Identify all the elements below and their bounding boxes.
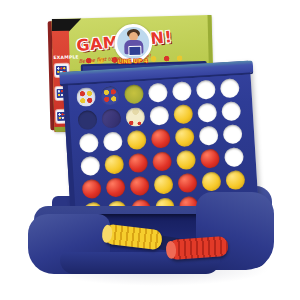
red-disc-stack [167, 236, 228, 260]
cell-r4c7-empty [223, 147, 243, 167]
cell-r5c6-yellow-disc [201, 172, 221, 192]
cell-r2c6-empty [197, 103, 217, 123]
cell-r3c6-empty [198, 126, 218, 146]
cell-r5c3-red-disc [129, 176, 149, 196]
cell-r1c2-empty [99, 86, 119, 106]
cell-r4c3-red-disc [128, 153, 148, 173]
cell-r2c4-empty [149, 106, 169, 126]
cell-r2c1-empty [77, 110, 97, 130]
cell-r1c3-empty [123, 84, 143, 104]
cell-r3c7-empty [222, 124, 242, 144]
cell-r1c7-empty [219, 78, 239, 98]
cell-r1c6-empty [195, 80, 215, 100]
cell-r2c3-empty [125, 107, 145, 127]
product-photo: EXAMPLE GAME ON! Be the first to get 4 i… [0, 0, 300, 300]
cell-r4c1-empty [80, 156, 100, 176]
cell-r5c4-yellow-disc [153, 174, 173, 194]
cell-r5c7-yellow-disc [225, 170, 245, 190]
cell-r1c1-empty [76, 87, 96, 107]
cell-r2c2-empty [101, 109, 121, 129]
cell-r2c5-yellow-disc [173, 104, 193, 124]
lineup-badge: LINE UP 4 [111, 57, 155, 64]
cell-r3c5-yellow-disc [174, 127, 194, 147]
cell-r4c4-red-disc [152, 152, 172, 172]
cell-r4c2-yellow-disc [104, 154, 124, 174]
kid-held-box [128, 46, 141, 56]
cell-r5c5-red-disc [177, 173, 197, 193]
cell-r4c5-yellow-disc [176, 150, 196, 170]
cell-r4c6-red-disc [200, 149, 220, 169]
cell-r5c1-red-disc [81, 179, 101, 199]
cell-r3c1-empty [78, 133, 98, 153]
cell-r3c2-empty [102, 131, 122, 151]
cell-r1c4-empty [147, 83, 167, 103]
cell-r3c3-yellow-disc [126, 130, 146, 150]
cell-r5c2-red-disc [105, 177, 125, 197]
cell-r1c5-empty [171, 81, 191, 101]
cell-r3c4-red-disc [150, 129, 170, 149]
example-label: EXAMPLE [53, 55, 69, 60]
cell-r2c7-empty [221, 101, 241, 121]
